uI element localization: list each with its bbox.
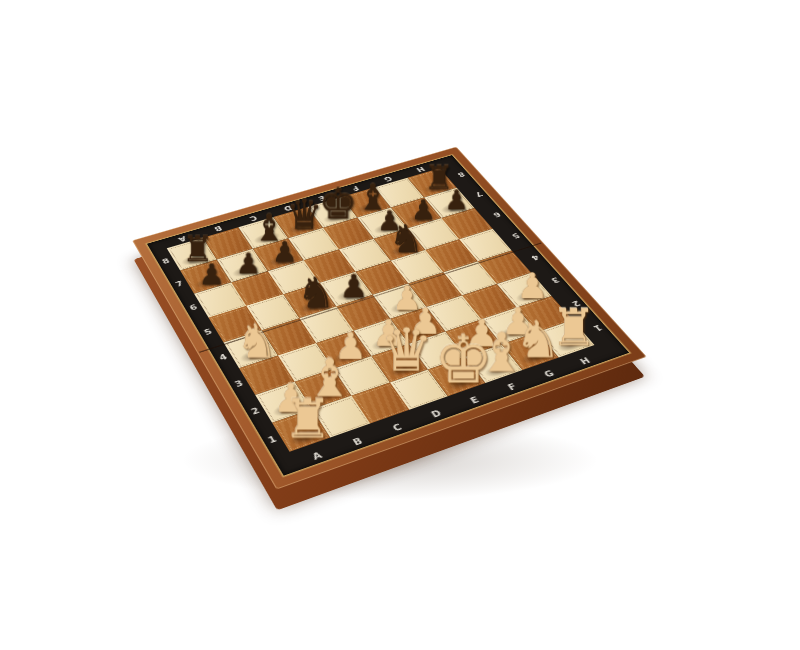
black-knight-f6: ♞ xyxy=(389,220,424,257)
coordinate-label-d-near: D xyxy=(425,406,449,423)
coordinate-label-b-near: B xyxy=(346,433,370,450)
coordinate-label-5-right: 5 xyxy=(505,229,526,242)
black-pawn-d5: ♟ xyxy=(339,271,368,301)
coordinate-label-h-near: H xyxy=(574,354,597,369)
black-pawn-c7: ♟ xyxy=(272,240,297,267)
coordinate-label-8-left: 8 xyxy=(156,255,176,268)
coordinate-label-e-near: E xyxy=(463,392,486,408)
coordinate-label-g-near: G xyxy=(538,366,561,382)
coordinate-label-c-near: C xyxy=(386,419,410,436)
black-knight-c5: ♞ xyxy=(297,274,335,314)
black-pawn-h7: ♟ xyxy=(445,188,469,214)
coordinate-label-7-right: 7 xyxy=(468,188,488,200)
black-queen-d8: ♛ xyxy=(286,196,323,235)
coordinate-label-a-near: A xyxy=(305,448,329,466)
coordinate-label-6-right: 6 xyxy=(486,208,506,220)
black-pawn-a7: ♟ xyxy=(199,262,225,289)
white-knight-a4: ♞ xyxy=(236,320,277,364)
black-king-e8: ♚ xyxy=(319,183,358,224)
white-rook-a1: ♜ xyxy=(283,395,332,447)
white-queen-d2: ♛ xyxy=(380,322,433,378)
white-pawn-h3: ♟ xyxy=(517,270,548,303)
white-king-e1: ♚ xyxy=(434,329,493,392)
coordinate-label-4-right: 4 xyxy=(524,251,545,264)
coordinate-label-f-near: F xyxy=(501,379,524,395)
photo-scene: AA88BB77CC66DD55EE44FF33GG22HH11 ♜♝♛♚♝♜♟… xyxy=(0,0,800,650)
black-pawn-b7: ♟ xyxy=(236,251,262,278)
